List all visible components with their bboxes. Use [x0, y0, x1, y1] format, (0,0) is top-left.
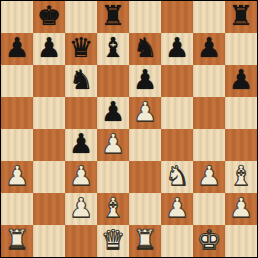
square-d7[interactable]: ♝: [97, 33, 129, 65]
square-e1[interactable]: ♜: [129, 225, 161, 257]
black-rook-d8[interactable]: ♜: [101, 1, 125, 32]
square-c1[interactable]: [65, 225, 97, 257]
square-f1[interactable]: [161, 225, 193, 257]
square-e7[interactable]: ♞: [129, 33, 161, 65]
square-f6[interactable]: [161, 65, 193, 97]
black-pawn-b7[interactable]: ♟: [37, 33, 61, 64]
white-knight-f3[interactable]: ♞: [165, 161, 189, 192]
square-e8[interactable]: [129, 1, 161, 33]
square-g6[interactable]: [193, 65, 225, 97]
black-pawn-a7[interactable]: ♟: [5, 33, 29, 64]
square-b6[interactable]: [33, 65, 65, 97]
square-d6[interactable]: [97, 65, 129, 97]
square-h4[interactable]: [225, 129, 257, 161]
square-b7[interactable]: ♟: [33, 33, 65, 65]
square-h7[interactable]: [225, 33, 257, 65]
square-h1[interactable]: [225, 225, 257, 257]
square-h2[interactable]: ♟: [225, 193, 257, 225]
white-bishop-d2[interactable]: ♝: [101, 193, 125, 224]
square-f2[interactable]: ♟: [161, 193, 193, 225]
square-g8[interactable]: [193, 1, 225, 33]
black-pawn-c4[interactable]: ♟: [69, 129, 93, 160]
white-queen-d1[interactable]: ♛: [101, 225, 125, 256]
square-c5[interactable]: [65, 97, 97, 129]
black-pawn-h6[interactable]: ♟: [229, 65, 253, 96]
square-e4[interactable]: [129, 129, 161, 161]
black-knight-c6[interactable]: ♞: [69, 65, 93, 96]
square-h8[interactable]: ♜: [225, 1, 257, 33]
square-e2[interactable]: [129, 193, 161, 225]
square-f3[interactable]: ♞: [161, 161, 193, 193]
black-bishop-d7[interactable]: ♝: [101, 33, 125, 64]
black-queen-c7[interactable]: ♛: [69, 33, 93, 64]
square-b8[interactable]: ♚: [33, 1, 65, 33]
chess-board[interactable]: ♚♜♜♟♟♛♝♞♟♟♞♟♟♟♟♟♟♟♟♞♟♝♟♝♟♟♜♛♜♚: [1, 1, 257, 257]
black-pawn-g7[interactable]: ♟: [197, 33, 221, 64]
white-bishop-h3[interactable]: ♝: [229, 161, 253, 192]
square-b4[interactable]: [33, 129, 65, 161]
square-g7[interactable]: ♟: [193, 33, 225, 65]
square-a1[interactable]: ♜: [1, 225, 33, 257]
white-pawn-e5[interactable]: ♟: [133, 97, 157, 128]
square-f5[interactable]: [161, 97, 193, 129]
white-pawn-c3[interactable]: ♟: [69, 161, 93, 192]
black-knight-e7[interactable]: ♞: [133, 33, 157, 64]
black-pawn-f7[interactable]: ♟: [165, 33, 189, 64]
white-pawn-d4[interactable]: ♟: [101, 129, 125, 160]
square-a2[interactable]: [1, 193, 33, 225]
white-pawn-g3[interactable]: ♟: [197, 161, 221, 192]
square-h3[interactable]: ♝: [225, 161, 257, 193]
square-a5[interactable]: [1, 97, 33, 129]
square-c7[interactable]: ♛: [65, 33, 97, 65]
white-pawn-c2[interactable]: ♟: [69, 193, 93, 224]
square-a4[interactable]: [1, 129, 33, 161]
black-pawn-d5[interactable]: ♟: [101, 97, 125, 128]
square-d1[interactable]: ♛: [97, 225, 129, 257]
square-h6[interactable]: ♟: [225, 65, 257, 97]
white-rook-a1[interactable]: ♜: [5, 225, 29, 256]
square-e6[interactable]: ♟: [129, 65, 161, 97]
square-d3[interactable]: [97, 161, 129, 193]
square-d2[interactable]: ♝: [97, 193, 129, 225]
white-pawn-h2[interactable]: ♟: [229, 193, 253, 224]
square-h5[interactable]: [225, 97, 257, 129]
square-e3[interactable]: [129, 161, 161, 193]
chess-board-frame: ♚♜♜♟♟♛♝♞♟♟♞♟♟♟♟♟♟♟♟♞♟♝♟♝♟♟♜♛♜♚: [0, 0, 258, 258]
square-b3[interactable]: [33, 161, 65, 193]
white-rook-e1[interactable]: ♜: [133, 225, 157, 256]
square-g4[interactable]: [193, 129, 225, 161]
square-a3[interactable]: ♟: [1, 161, 33, 193]
black-king-b8[interactable]: ♚: [37, 1, 61, 32]
square-g1[interactable]: ♚: [193, 225, 225, 257]
square-f8[interactable]: [161, 1, 193, 33]
square-c3[interactable]: ♟: [65, 161, 97, 193]
white-king-g1[interactable]: ♚: [197, 225, 221, 256]
square-a8[interactable]: [1, 1, 33, 33]
square-g3[interactable]: ♟: [193, 161, 225, 193]
square-a7[interactable]: ♟: [1, 33, 33, 65]
square-g5[interactable]: [193, 97, 225, 129]
square-f7[interactable]: ♟: [161, 33, 193, 65]
white-pawn-a3[interactable]: ♟: [5, 161, 29, 192]
square-a6[interactable]: [1, 65, 33, 97]
black-rook-h8[interactable]: ♜: [229, 1, 253, 32]
square-e5[interactable]: ♟: [129, 97, 161, 129]
square-f4[interactable]: [161, 129, 193, 161]
square-b5[interactable]: [33, 97, 65, 129]
square-d4[interactable]: ♟: [97, 129, 129, 161]
square-c8[interactable]: [65, 1, 97, 33]
square-d8[interactable]: ♜: [97, 1, 129, 33]
black-pawn-e6[interactable]: ♟: [133, 65, 157, 96]
square-b2[interactable]: [33, 193, 65, 225]
white-pawn-f2[interactable]: ♟: [165, 193, 189, 224]
square-c4[interactable]: ♟: [65, 129, 97, 161]
square-g2[interactable]: [193, 193, 225, 225]
square-c2[interactable]: ♟: [65, 193, 97, 225]
square-c6[interactable]: ♞: [65, 65, 97, 97]
square-b1[interactable]: [33, 225, 65, 257]
square-d5[interactable]: ♟: [97, 97, 129, 129]
